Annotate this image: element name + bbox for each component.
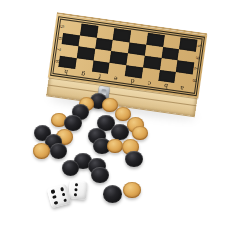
die-pip [75, 183, 78, 186]
rank-label-6: 6 [53, 35, 65, 42]
die-pip [74, 193, 77, 196]
die-pip [51, 190, 55, 194]
rank-label-8: 8 [189, 77, 201, 84]
file-label-f: f [91, 72, 109, 81]
checker-wood [132, 126, 148, 141]
checker-wood [123, 182, 141, 199]
checker-black [91, 167, 109, 184]
rank-label-6: 6 [192, 54, 204, 61]
checker-wood [107, 139, 123, 154]
die-pip [54, 201, 58, 205]
rank-label-5: 5 [55, 23, 67, 30]
file-label-g: g [74, 70, 92, 79]
die-pip [61, 193, 65, 197]
die-showing-3 [68, 180, 88, 200]
checker-black [62, 160, 79, 176]
rank-label-7: 7 [52, 46, 64, 53]
checker-black [125, 151, 143, 168]
die-pip [52, 195, 56, 199]
die-pip [60, 187, 64, 191]
file-label-a: a [173, 84, 191, 93]
file-label-b: b [157, 81, 175, 90]
checker-black [111, 124, 129, 141]
folded-chessboard-box: hgfedcba 5678 5678 [45, 12, 207, 116]
file-label-h: h [57, 67, 75, 76]
product-photo-scene: hgfedcba 5678 5678 [0, 0, 228, 228]
checker-wood [33, 143, 50, 159]
rank-label-8: 8 [50, 57, 62, 64]
checker-black [50, 143, 67, 159]
file-label-c: c [140, 79, 158, 88]
checker-black [103, 185, 122, 203]
die-showing-6 [47, 184, 71, 208]
file-label-e: e [107, 74, 125, 83]
file-label-d: d [124, 77, 142, 86]
die-pip [74, 188, 77, 191]
die-pip [63, 198, 67, 202]
